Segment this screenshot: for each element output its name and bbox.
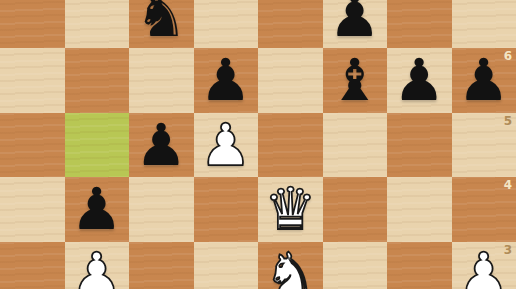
black-knight-piece[interactable]: ♞ (135, 0, 187, 45)
black-bishop-piece[interactable]: ♝ (329, 51, 381, 109)
square-d5[interactable]: ♟ (194, 113, 259, 178)
rank-label-3: 3 (504, 244, 512, 256)
black-pawn-piece[interactable]: ♟ (458, 51, 510, 109)
black-pawn-piece[interactable]: ♟ (200, 51, 252, 109)
chessboard-viewport: ♞♟♟♝♟♟6♟♟5♟♛4♟♞♟3 (0, 0, 516, 289)
white-queen-piece[interactable]: ♛ (264, 180, 316, 238)
white-pawn-piece[interactable]: ♟ (200, 116, 252, 174)
square-e7[interactable] (258, 0, 323, 48)
square-h3[interactable]: ♟3 (452, 242, 516, 289)
rank-label-4: 4 (504, 179, 512, 191)
square-b5[interactable] (65, 113, 130, 178)
white-pawn-piece[interactable]: ♟ (458, 245, 510, 289)
rank-label-5: 5 (504, 115, 512, 127)
square-g3[interactable] (387, 242, 452, 289)
square-h4[interactable]: 4 (452, 177, 516, 242)
square-c6[interactable] (129, 48, 194, 113)
black-pawn-piece[interactable]: ♟ (135, 116, 187, 174)
square-a6[interactable] (0, 48, 65, 113)
black-pawn-piece[interactable]: ♟ (329, 0, 381, 45)
square-h7[interactable] (452, 0, 516, 48)
white-pawn-piece[interactable]: ♟ (71, 245, 123, 289)
square-a3[interactable] (0, 242, 65, 289)
square-a7[interactable] (0, 0, 65, 48)
square-f7[interactable]: ♟ (323, 0, 388, 48)
square-c5[interactable]: ♟ (129, 113, 194, 178)
square-f6[interactable]: ♝ (323, 48, 388, 113)
square-d6[interactable]: ♟ (194, 48, 259, 113)
square-g6[interactable]: ♟ (387, 48, 452, 113)
square-d4[interactable] (194, 177, 259, 242)
square-d3[interactable] (194, 242, 259, 289)
square-f3[interactable] (323, 242, 388, 289)
square-b7[interactable] (65, 0, 130, 48)
black-pawn-piece[interactable]: ♟ (71, 180, 123, 238)
square-e3[interactable]: ♞ (258, 242, 323, 289)
square-f4[interactable] (323, 177, 388, 242)
square-e6[interactable] (258, 48, 323, 113)
square-g5[interactable] (387, 113, 452, 178)
square-g7[interactable] (387, 0, 452, 48)
square-b4[interactable]: ♟ (65, 177, 130, 242)
square-a4[interactable] (0, 177, 65, 242)
square-e5[interactable] (258, 113, 323, 178)
square-a5[interactable] (0, 113, 65, 178)
white-knight-piece[interactable]: ♞ (264, 245, 316, 289)
chessboard: ♞♟♟♝♟♟6♟♟5♟♛4♟♞♟3 (0, 0, 516, 289)
square-c3[interactable] (129, 242, 194, 289)
square-h5[interactable]: 5 (452, 113, 516, 178)
black-pawn-piece[interactable]: ♟ (393, 51, 445, 109)
square-c4[interactable] (129, 177, 194, 242)
square-b3[interactable]: ♟ (65, 242, 130, 289)
square-b6[interactable] (65, 48, 130, 113)
rank-label-6: 6 (504, 50, 512, 62)
square-d7[interactable] (194, 0, 259, 48)
square-g4[interactable] (387, 177, 452, 242)
square-c7[interactable]: ♞ (129, 0, 194, 48)
square-e4[interactable]: ♛ (258, 177, 323, 242)
square-f5[interactable] (323, 113, 388, 178)
square-h6[interactable]: ♟6 (452, 48, 516, 113)
